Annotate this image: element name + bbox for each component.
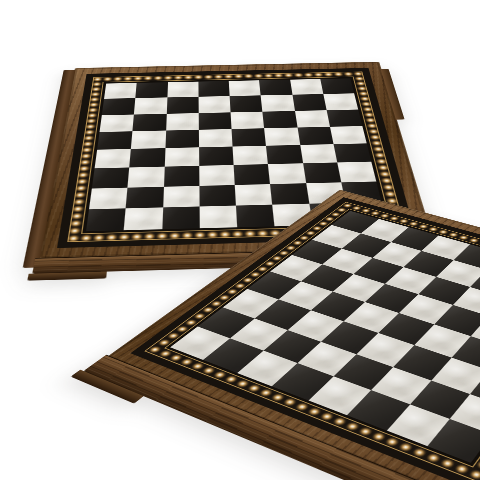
square-e3: [234, 164, 271, 184]
square-c8: [167, 82, 198, 98]
square-a8: [104, 83, 137, 99]
square-e2: [235, 184, 273, 206]
square-d5: [199, 129, 233, 147]
square-h8: [320, 78, 354, 94]
square-d8: [198, 81, 229, 97]
square-b4: [129, 148, 165, 167]
square-b8: [136, 82, 168, 98]
square-c5: [165, 130, 199, 148]
square-f3: [268, 163, 305, 183]
square-b7: [134, 98, 167, 115]
right-molding-step: [380, 69, 404, 120]
square-c2: [163, 186, 200, 208]
square-e6: [231, 111, 265, 128]
square-d3: [199, 165, 235, 185]
square-d7: [198, 96, 230, 113]
square-g4: [300, 144, 337, 163]
square-a5: [97, 131, 133, 150]
square-g5: [297, 127, 333, 145]
square-d1: [199, 205, 237, 228]
square-c4: [164, 147, 199, 166]
square-f5: [264, 127, 299, 145]
square-g7: [292, 94, 326, 111]
product-photo: [0, 0, 480, 480]
square-e5: [232, 128, 267, 146]
square-f7: [261, 95, 295, 112]
square-a2: [89, 187, 128, 209]
square-h5: [330, 126, 367, 144]
square-a1: [86, 208, 126, 231]
square-b2: [126, 186, 164, 208]
left-foot: [27, 271, 107, 280]
square-e7: [230, 95, 263, 112]
square-c6: [166, 113, 199, 131]
square-a7: [102, 98, 136, 115]
square-c1: [162, 206, 200, 229]
square-e1: [236, 204, 275, 227]
square-c3: [163, 166, 199, 187]
square-e8: [229, 80, 261, 96]
square-f8: [259, 80, 292, 96]
square-g8: [290, 79, 323, 95]
square-d2: [199, 185, 236, 207]
left-foot: [70, 370, 143, 404]
square-h4: [333, 143, 371, 162]
square-a6: [100, 114, 135, 132]
square-f4: [266, 145, 302, 164]
square-d4: [199, 147, 234, 166]
square-b5: [131, 130, 166, 149]
square-g6: [294, 110, 329, 127]
square-c7: [166, 97, 198, 114]
square-h7: [323, 93, 358, 110]
square-a3: [92, 168, 130, 189]
square-b1: [124, 207, 163, 230]
square-g3: [303, 163, 341, 183]
square-h6: [326, 109, 362, 126]
square-f6: [263, 111, 298, 128]
square-a4: [95, 149, 132, 169]
square-b3: [128, 167, 165, 188]
square-h3: [337, 162, 376, 182]
square-f2: [270, 183, 309, 205]
square-b6: [133, 114, 167, 132]
square-d6: [198, 112, 231, 130]
square-e4: [233, 146, 269, 165]
